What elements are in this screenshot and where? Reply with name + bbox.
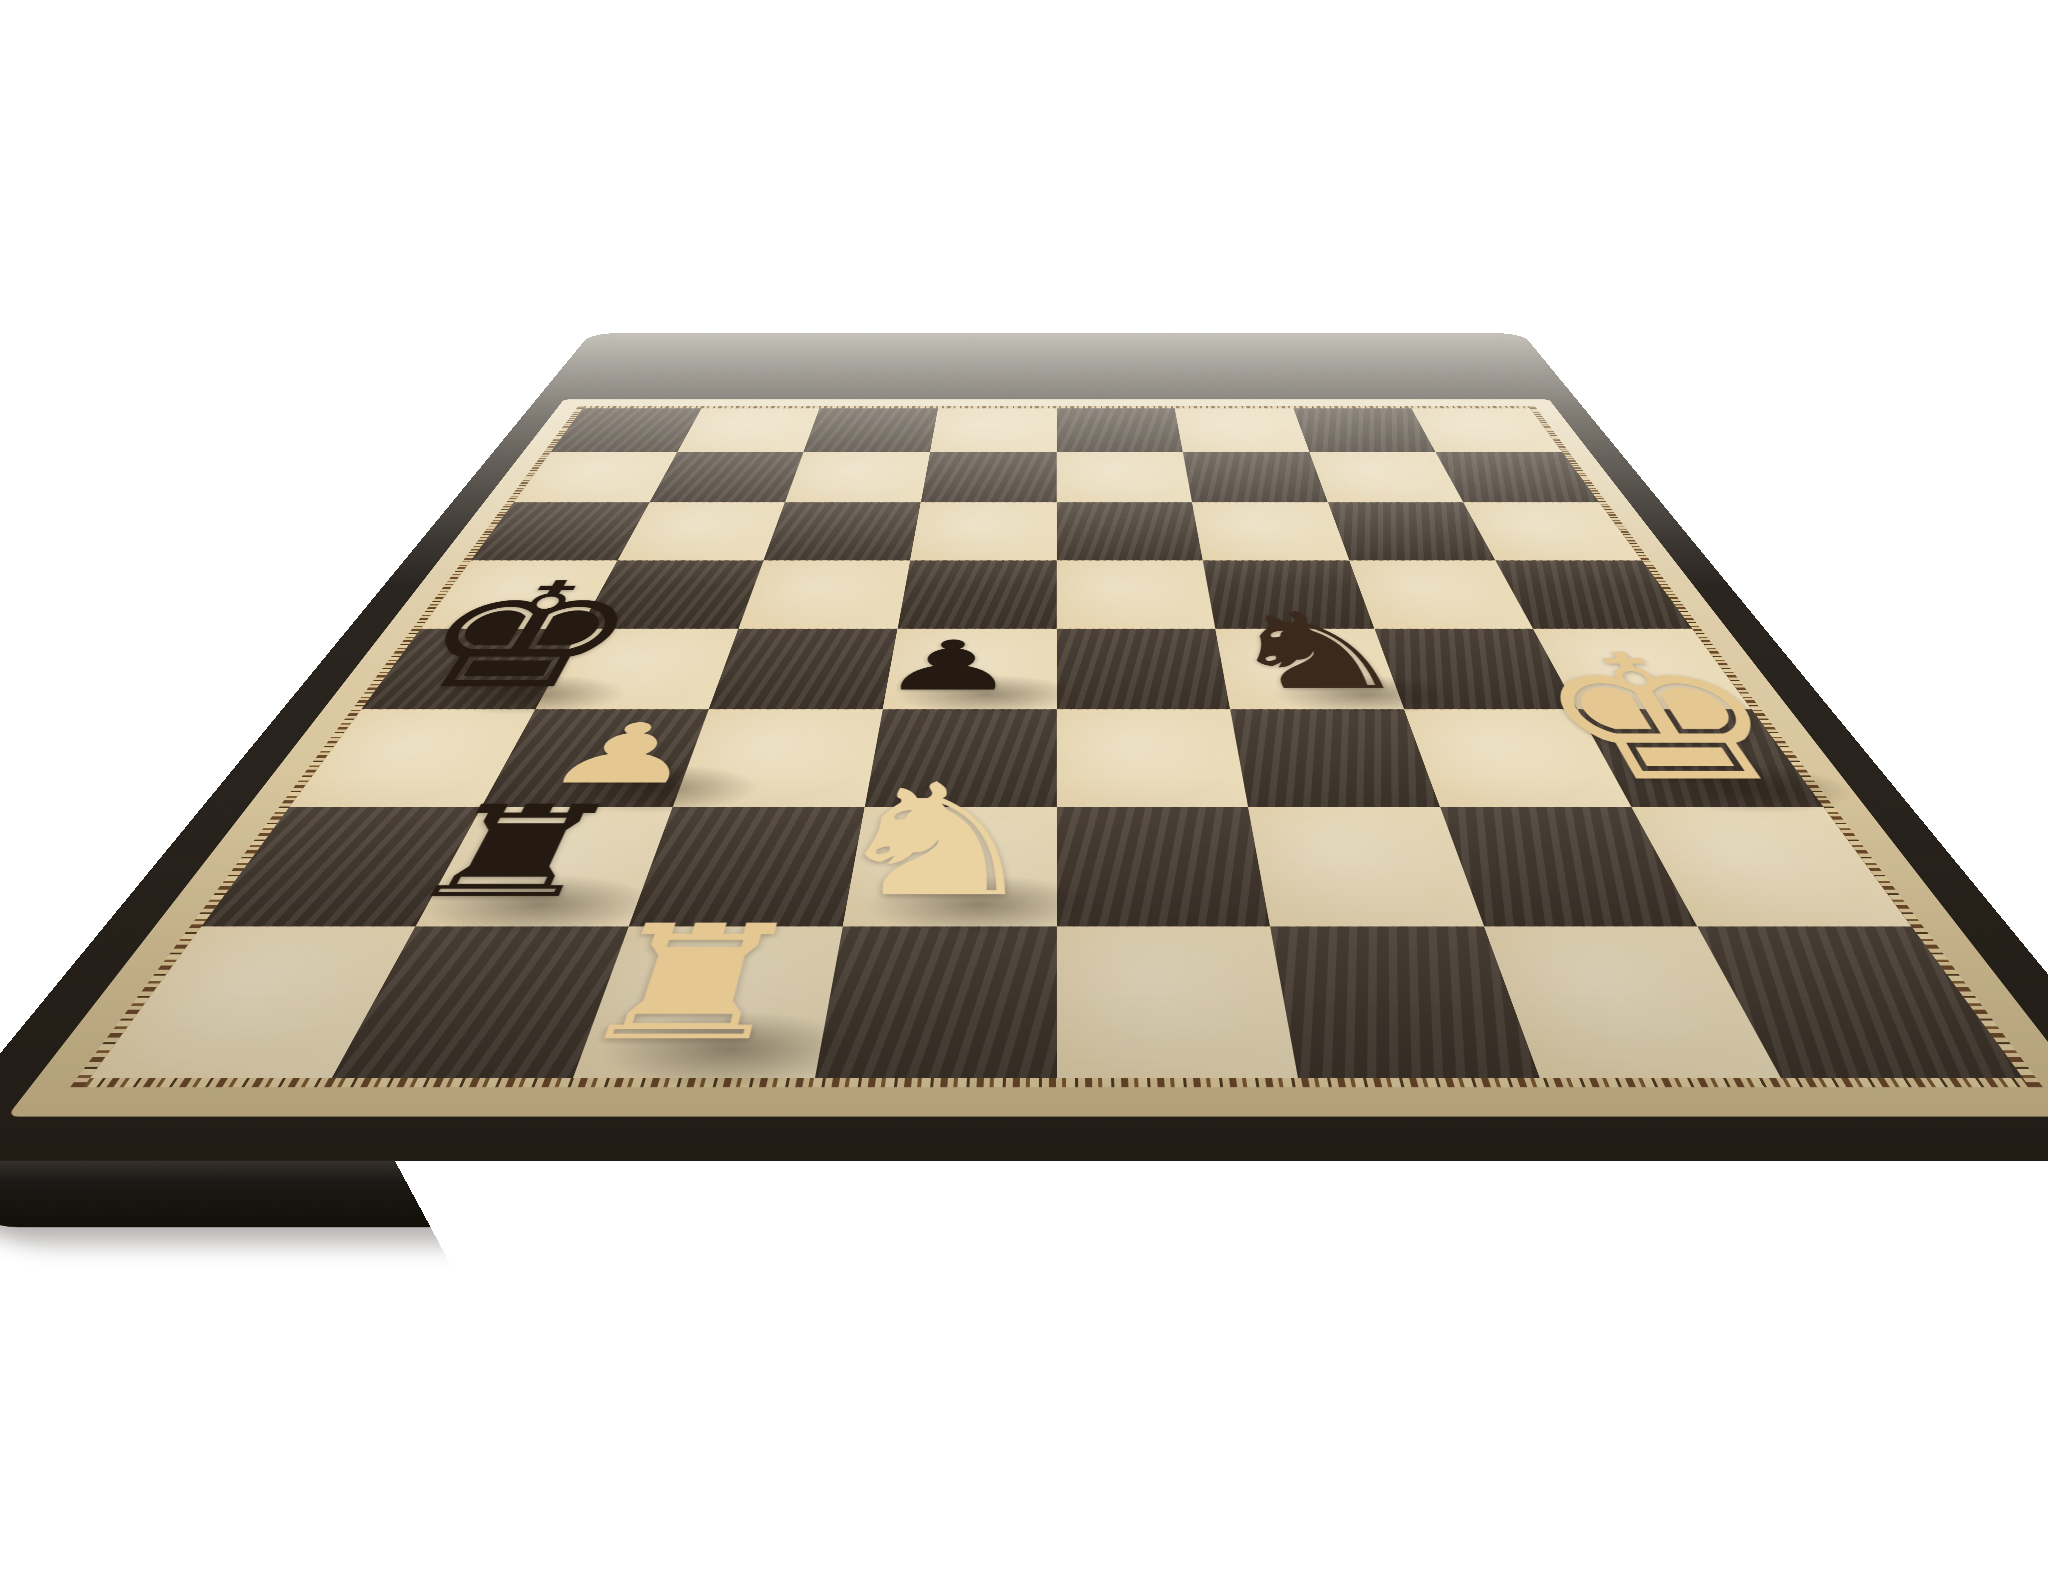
square-d6 [910,502,1056,560]
square-f8 [1175,408,1310,452]
board-front-edge [0,1161,2048,1228]
square-e8 [1057,408,1183,452]
square-b7 [649,452,803,502]
square-e7 [1057,452,1193,502]
white-knight-glyph: ♞ [810,766,1048,922]
square-f6 [1192,502,1349,560]
square-d5 [898,560,1057,628]
square-c5 [739,560,910,628]
square-c8 [804,408,939,452]
square-d8 [930,408,1056,452]
square-c6 [764,502,921,560]
square-c4 [709,629,898,710]
square-b8 [677,408,820,452]
square-d7 [921,452,1057,502]
square-c7 [785,452,930,502]
square-e6 [1057,502,1203,560]
board-photo-canvas: ♚♟♞♟♚♜♞♜ [0,0,2048,1591]
square-e1 [1057,927,1299,1078]
chessboard: ♚♟♞♟♚♜♞♜ [90,408,2023,1078]
square-e5 [1057,560,1216,628]
square-f7 [1183,452,1328,502]
square-e3 [1057,709,1249,807]
square-e4 [1057,629,1231,710]
black-pawn-glyph: ♟ [874,632,1021,701]
